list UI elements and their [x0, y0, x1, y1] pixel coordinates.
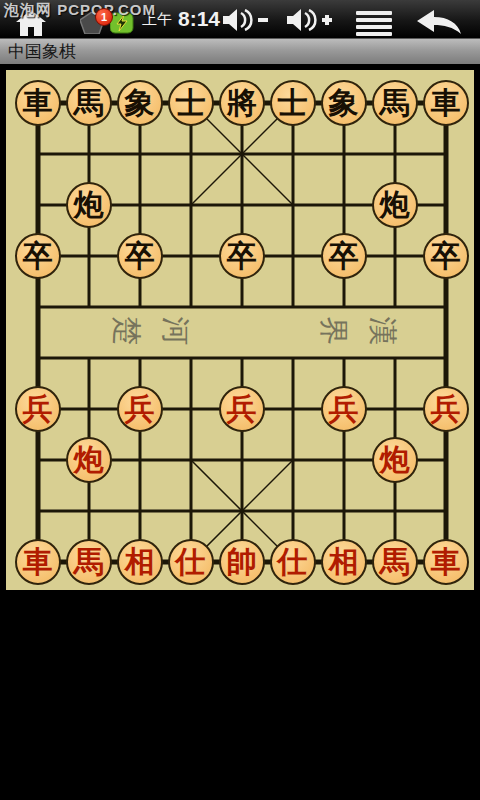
status-bar: 泡泡网 PCPOP.COM 1 上午 8:14	[0, 0, 480, 38]
piece-red-cannon[interactable]: 炮	[372, 437, 418, 483]
piece-black-general[interactable]: 將	[219, 80, 265, 126]
piece-red-elephant[interactable]: 相	[321, 539, 367, 585]
piece-red-soldier[interactable]: 兵	[117, 386, 163, 432]
piece-black-elephant[interactable]: 象	[117, 80, 163, 126]
piece-black-soldier[interactable]: 卒	[117, 233, 163, 279]
board-grid[interactable]: 車馬象士將士象馬車炮炮卒卒卒卒卒兵兵兵兵兵炮炮車馬相仕帥仕相馬車	[12, 77, 471, 587]
piece-red-soldier[interactable]: 兵	[15, 386, 61, 432]
piece-red-chariot[interactable]: 車	[15, 539, 61, 585]
piece-black-soldier[interactable]: 卒	[219, 233, 265, 279]
piece-red-elephant[interactable]: 相	[117, 539, 163, 585]
piece-red-soldier[interactable]: 兵	[219, 386, 265, 432]
piece-black-soldier[interactable]: 卒	[15, 233, 61, 279]
notification-badge: 1	[95, 8, 113, 26]
piece-black-horse[interactable]: 馬	[66, 80, 112, 126]
watermark: 泡泡网 PCPOP.COM	[4, 1, 156, 20]
piece-red-soldier[interactable]: 兵	[321, 386, 367, 432]
piece-black-horse[interactable]: 馬	[372, 80, 418, 126]
piece-red-advisor[interactable]: 仕	[168, 539, 214, 585]
time-value: 8:14	[178, 7, 220, 31]
piece-black-soldier[interactable]: 卒	[423, 233, 469, 279]
piece-black-cannon[interactable]: 炮	[372, 182, 418, 228]
volume-plus-icon[interactable]	[286, 9, 332, 35]
piece-red-general[interactable]: 帥	[219, 539, 265, 585]
back-icon[interactable]	[416, 10, 462, 38]
xiangqi-board: 楚河 界漢 車馬象士將士象馬車炮炮卒卒卒卒卒兵兵兵兵兵炮炮車馬相仕帥仕相馬車	[6, 70, 474, 590]
piece-black-elephant[interactable]: 象	[321, 80, 367, 126]
piece-black-advisor[interactable]: 士	[270, 80, 316, 126]
piece-black-chariot[interactable]: 車	[423, 80, 469, 126]
volume-minus-icon[interactable]	[222, 9, 268, 35]
piece-red-chariot[interactable]: 車	[423, 539, 469, 585]
page-title: 中国象棋	[8, 40, 76, 63]
piece-black-cannon[interactable]: 炮	[66, 182, 112, 228]
piece-red-advisor[interactable]: 仕	[270, 539, 316, 585]
piece-black-advisor[interactable]: 士	[168, 80, 214, 126]
title-bar: 中国象棋	[0, 38, 480, 64]
screen: 泡泡网 PCPOP.COM 1 上午 8:14	[0, 0, 480, 800]
piece-red-cannon[interactable]: 炮	[66, 437, 112, 483]
piece-red-soldier[interactable]: 兵	[423, 386, 469, 432]
piece-black-soldier[interactable]: 卒	[321, 233, 367, 279]
piece-red-horse[interactable]: 馬	[372, 539, 418, 585]
piece-red-horse[interactable]: 馬	[66, 539, 112, 585]
menu-icon[interactable]	[356, 11, 392, 36]
piece-black-chariot[interactable]: 車	[15, 80, 61, 126]
